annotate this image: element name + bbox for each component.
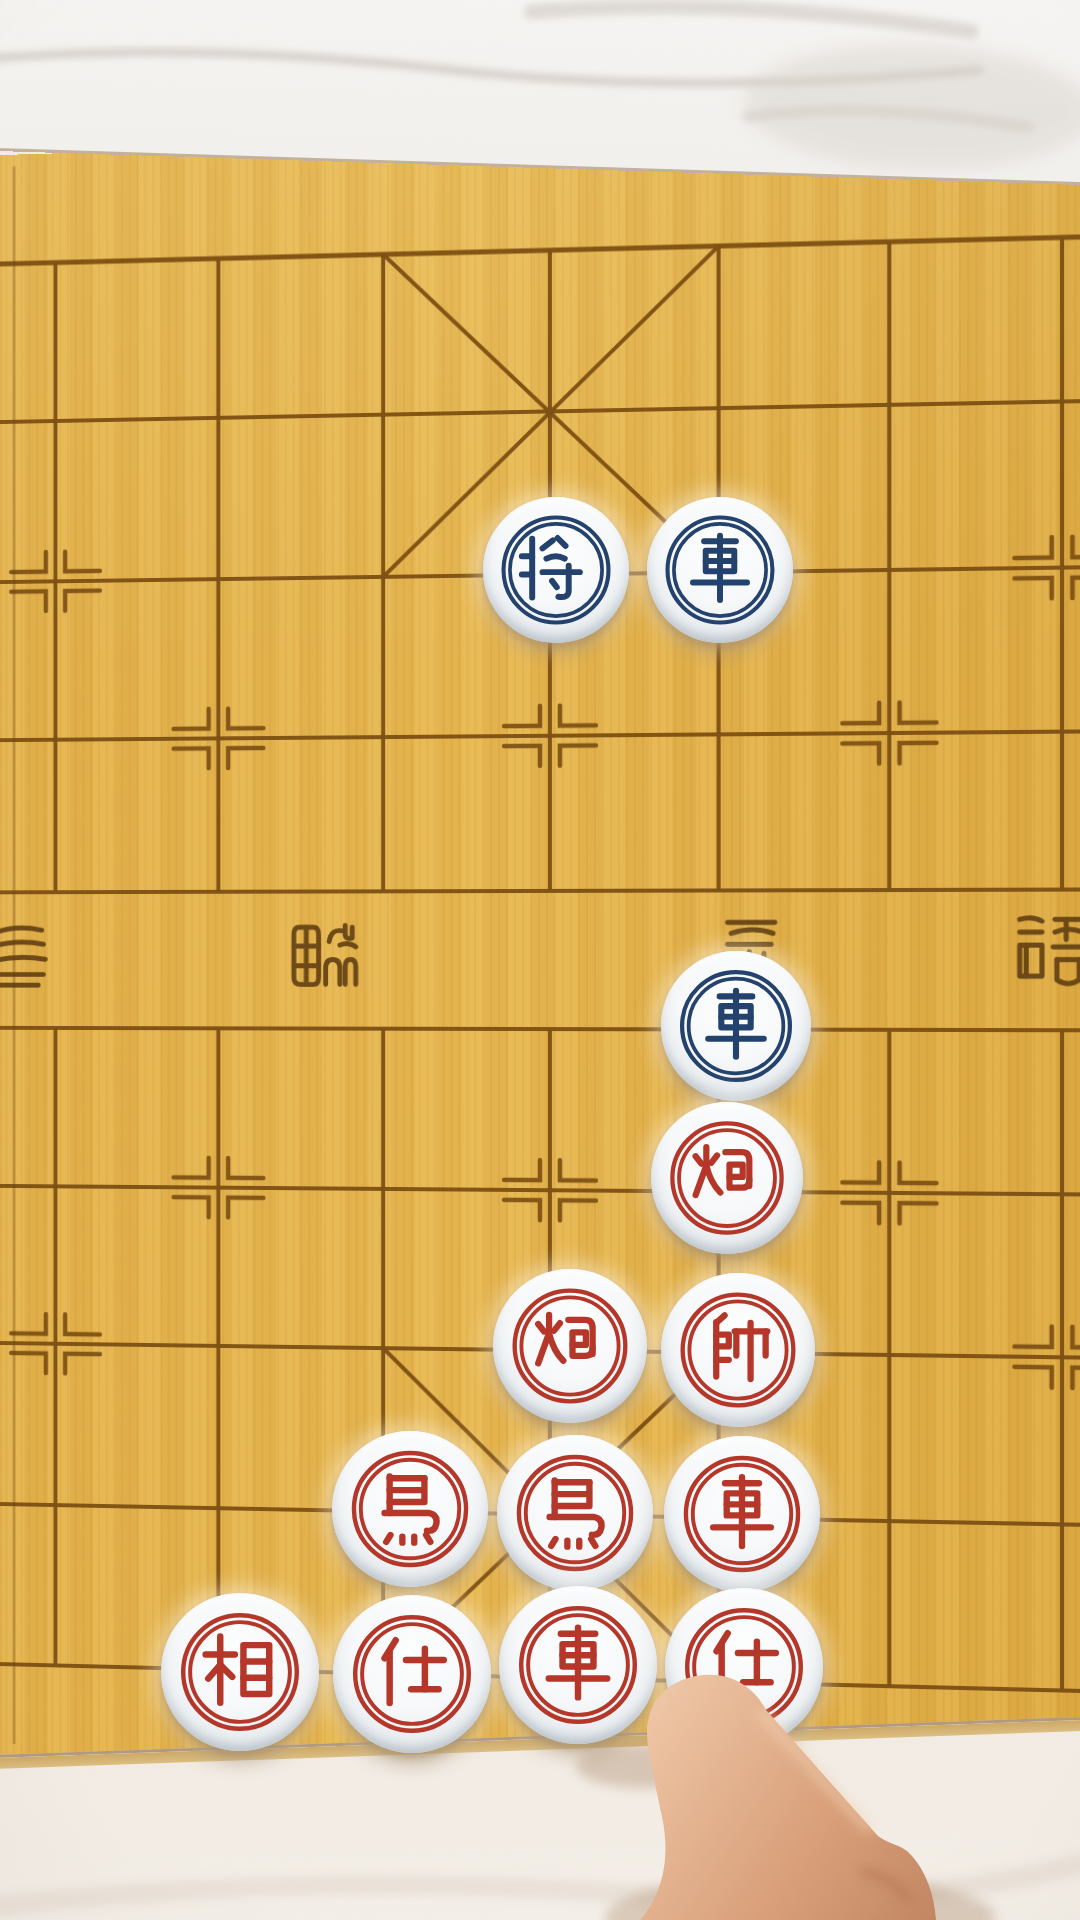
hand-pointing-finger [0,0,1080,1920]
photo-stage [0,0,1080,1920]
